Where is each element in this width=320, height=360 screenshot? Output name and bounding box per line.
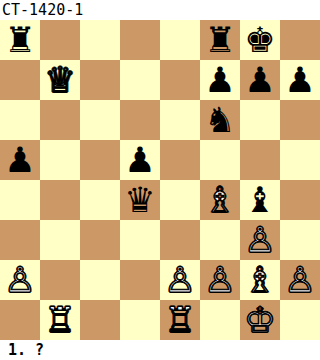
square-d6[interactable]: [120, 100, 160, 140]
piece-white-rook[interactable]: ♖: [44, 300, 75, 340]
piece-white-pawn[interactable]: ♙: [4, 260, 35, 300]
square-a5[interactable]: ♟: [0, 140, 40, 180]
square-a6[interactable]: [0, 100, 40, 140]
square-d5[interactable]: ♟: [120, 140, 160, 180]
square-e5[interactable]: [160, 140, 200, 180]
square-b1[interactable]: ♖: [40, 300, 80, 340]
piece-white-pawn[interactable]: ♙: [204, 260, 235, 300]
square-f5[interactable]: [200, 140, 240, 180]
square-b3[interactable]: [40, 220, 80, 260]
square-h5[interactable]: [280, 140, 320, 180]
square-e7[interactable]: [160, 60, 200, 100]
puzzle-id: CT-1420-1: [0, 0, 320, 20]
square-g2[interactable]: ♗: [240, 260, 280, 300]
square-g8[interactable]: ♚: [240, 20, 280, 60]
square-c3[interactable]: [80, 220, 120, 260]
square-d8[interactable]: [120, 20, 160, 60]
square-e1[interactable]: ♖: [160, 300, 200, 340]
piece-white-queen[interactable]: ♕: [44, 60, 75, 100]
square-a1[interactable]: [0, 300, 40, 340]
square-h4[interactable]: [280, 180, 320, 220]
square-b2[interactable]: [40, 260, 80, 300]
square-h6[interactable]: [280, 100, 320, 140]
square-g6[interactable]: [240, 100, 280, 140]
square-c1[interactable]: [80, 300, 120, 340]
piece-black-pawn[interactable]: ♟: [124, 140, 155, 180]
square-e6[interactable]: [160, 100, 200, 140]
square-g7[interactable]: ♟: [240, 60, 280, 100]
square-h1[interactable]: [280, 300, 320, 340]
square-g4[interactable]: ♝: [240, 180, 280, 220]
piece-black-pawn[interactable]: ♟: [4, 140, 35, 180]
square-g5[interactable]: [240, 140, 280, 180]
square-h8[interactable]: [280, 20, 320, 60]
square-c5[interactable]: [80, 140, 120, 180]
square-e4[interactable]: [160, 180, 200, 220]
piece-white-king[interactable]: ♔: [244, 300, 275, 340]
square-h2[interactable]: ♙: [280, 260, 320, 300]
square-f2[interactable]: ♙: [200, 260, 240, 300]
square-e8[interactable]: [160, 20, 200, 60]
chess-puzzle-window: CT-1420-1 ♜♜♚♕♟♟♟♞♟♟♛♗♝♙♙♙♙♗♙♖♖♔ 1. ?: [0, 0, 320, 360]
piece-white-bishop[interactable]: ♗: [204, 180, 235, 220]
piece-black-pawn[interactable]: ♟: [284, 60, 315, 100]
square-c7[interactable]: [80, 60, 120, 100]
chess-board: ♜♜♚♕♟♟♟♞♟♟♛♗♝♙♙♙♙♗♙♖♖♔: [0, 20, 320, 340]
square-a8[interactable]: ♜: [0, 20, 40, 60]
square-b5[interactable]: [40, 140, 80, 180]
piece-black-knight[interactable]: ♞: [204, 100, 235, 140]
square-d4[interactable]: ♛: [120, 180, 160, 220]
square-c2[interactable]: [80, 260, 120, 300]
square-b6[interactable]: [40, 100, 80, 140]
piece-black-king[interactable]: ♚: [244, 20, 275, 60]
piece-black-rook[interactable]: ♜: [204, 20, 235, 60]
square-c4[interactable]: [80, 180, 120, 220]
piece-black-queen[interactable]: ♛: [124, 180, 155, 220]
square-f6[interactable]: ♞: [200, 100, 240, 140]
square-h3[interactable]: [280, 220, 320, 260]
square-f1[interactable]: [200, 300, 240, 340]
piece-white-rook[interactable]: ♖: [164, 300, 195, 340]
square-a3[interactable]: [0, 220, 40, 260]
square-g3[interactable]: ♙: [240, 220, 280, 260]
square-b8[interactable]: [40, 20, 80, 60]
square-c6[interactable]: [80, 100, 120, 140]
square-d1[interactable]: [120, 300, 160, 340]
move-prompt: 1. ?: [0, 340, 320, 360]
square-d2[interactable]: [120, 260, 160, 300]
square-b4[interactable]: [40, 180, 80, 220]
square-d7[interactable]: [120, 60, 160, 100]
square-f8[interactable]: ♜: [200, 20, 240, 60]
square-h7[interactable]: ♟: [280, 60, 320, 100]
square-d3[interactable]: [120, 220, 160, 260]
square-a4[interactable]: [0, 180, 40, 220]
square-a7[interactable]: [0, 60, 40, 100]
square-e3[interactable]: [160, 220, 200, 260]
square-a2[interactable]: ♙: [0, 260, 40, 300]
piece-black-bishop[interactable]: ♝: [244, 180, 275, 220]
square-f4[interactable]: ♗: [200, 180, 240, 220]
piece-white-pawn[interactable]: ♙: [164, 260, 195, 300]
piece-white-pawn[interactable]: ♙: [244, 220, 275, 260]
square-c8[interactable]: [80, 20, 120, 60]
square-g1[interactable]: ♔: [240, 300, 280, 340]
square-f3[interactable]: [200, 220, 240, 260]
piece-black-rook[interactable]: ♜: [4, 20, 35, 60]
square-e2[interactable]: ♙: [160, 260, 200, 300]
piece-white-pawn[interactable]: ♙: [284, 260, 315, 300]
square-f7[interactable]: ♟: [200, 60, 240, 100]
piece-white-bishop[interactable]: ♗: [244, 260, 275, 300]
piece-black-pawn[interactable]: ♟: [244, 60, 275, 100]
square-b7[interactable]: ♕: [40, 60, 80, 100]
piece-black-pawn[interactable]: ♟: [204, 60, 235, 100]
